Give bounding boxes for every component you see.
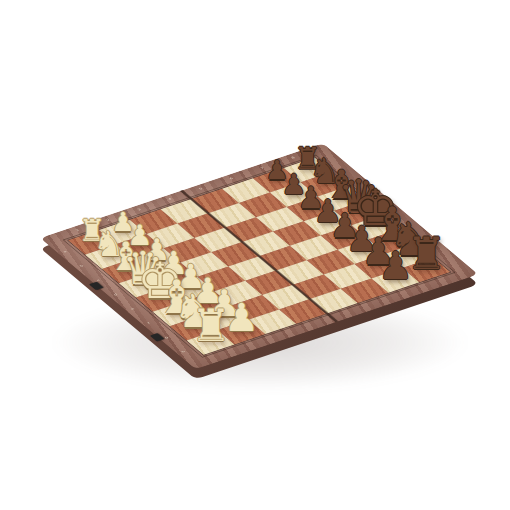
- rank-label-8: 8: [290, 156, 295, 159]
- rank-label-3: 3: [136, 208, 141, 211]
- rank-label-5: 5: [198, 187, 203, 190]
- rank-label-7: 7: [260, 167, 265, 170]
- file-label-f: f: [147, 322, 151, 324]
- file-label-h: h: [181, 350, 186, 353]
- rank-label-4: 4: [167, 198, 172, 201]
- file-label-b: b: [79, 264, 84, 267]
- file-label-d: d: [113, 293, 118, 296]
- file-label-e: e: [130, 307, 135, 310]
- rank-label-2: 2: [106, 218, 111, 221]
- photo-backdrop: abcdefgh12345678 ♜♞♝♛♚♝♞♜♟♟♟♟♟♟♟♟♟♟♟♟♟♟♟…: [0, 0, 510, 510]
- rank-label-6: 6: [229, 177, 234, 180]
- file-label-a: a: [62, 250, 67, 253]
- rank-label-1: 1: [75, 229, 80, 232]
